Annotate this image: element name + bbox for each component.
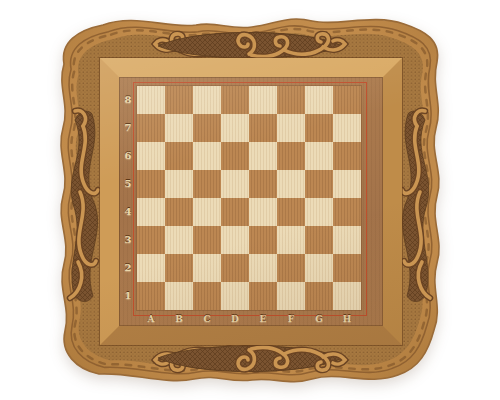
square-b4[interactable] [165,198,193,226]
file-label-f: F [277,313,305,326]
board-field: 87654321 ABCDEFGH [119,77,383,326]
square-c3[interactable] [193,226,221,254]
rank-labels: 87654321 [119,86,137,310]
rank-label-2: 2 [119,254,137,282]
square-f3[interactable] [277,226,305,254]
square-h4[interactable] [333,198,361,226]
square-b6[interactable] [165,142,193,170]
square-c7[interactable] [193,114,221,142]
rank-label-7: 7 [119,114,137,142]
square-a7[interactable] [137,114,165,142]
square-f5[interactable] [277,170,305,198]
square-d3[interactable] [221,226,249,254]
rank-label-5: 5 [119,170,137,198]
square-d4[interactable] [221,198,249,226]
square-f6[interactable] [277,142,305,170]
square-e2[interactable] [249,254,277,282]
square-d7[interactable] [221,114,249,142]
square-e3[interactable] [249,226,277,254]
square-c6[interactable] [193,142,221,170]
file-label-g: G [305,313,333,326]
file-label-e: E [249,313,277,326]
square-d2[interactable] [221,254,249,282]
square-a4[interactable] [137,198,165,226]
square-c1[interactable] [193,282,221,310]
square-f2[interactable] [277,254,305,282]
file-label-b: B [165,313,193,326]
square-b5[interactable] [165,170,193,198]
square-f8[interactable] [277,86,305,114]
square-d6[interactable] [221,142,249,170]
square-b7[interactable] [165,114,193,142]
square-e6[interactable] [249,142,277,170]
square-h6[interactable] [333,142,361,170]
square-c8[interactable] [193,86,221,114]
square-h3[interactable] [333,226,361,254]
square-c2[interactable] [193,254,221,282]
square-g5[interactable] [305,170,333,198]
square-g7[interactable] [305,114,333,142]
square-a6[interactable] [137,142,165,170]
square-f7[interactable] [277,114,305,142]
square-h7[interactable] [333,114,361,142]
rank-label-4: 4 [119,198,137,226]
square-f4[interactable] [277,198,305,226]
square-e1[interactable] [249,282,277,310]
square-h8[interactable] [333,86,361,114]
square-g2[interactable] [305,254,333,282]
file-label-c: C [193,313,221,326]
square-g1[interactable] [305,282,333,310]
square-g8[interactable] [305,86,333,114]
square-e5[interactable] [249,170,277,198]
square-e7[interactable] [249,114,277,142]
square-e8[interactable] [249,86,277,114]
square-d8[interactable] [221,86,249,114]
rank-label-6: 6 [119,142,137,170]
square-h2[interactable] [333,254,361,282]
square-a8[interactable] [137,86,165,114]
square-b2[interactable] [165,254,193,282]
square-g4[interactable] [305,198,333,226]
square-d1[interactable] [221,282,249,310]
square-e4[interactable] [249,198,277,226]
square-f1[interactable] [277,282,305,310]
square-g6[interactable] [305,142,333,170]
chess-board [137,86,361,310]
rank-label-3: 3 [119,226,137,254]
square-d5[interactable] [221,170,249,198]
product-photo-canvas: 87654321 ABCDEFGH [0,0,500,400]
square-h5[interactable] [333,170,361,198]
file-label-d: D [221,313,249,326]
square-h1[interactable] [333,282,361,310]
file-labels: ABCDEFGH [137,313,361,326]
file-label-a: A [137,313,165,326]
rank-label-8: 8 [119,86,137,114]
file-label-h: H [333,313,361,326]
board-frame: 87654321 ABCDEFGH [100,58,402,345]
square-a3[interactable] [137,226,165,254]
square-b3[interactable] [165,226,193,254]
square-b1[interactable] [165,282,193,310]
square-a1[interactable] [137,282,165,310]
square-c5[interactable] [193,170,221,198]
square-a5[interactable] [137,170,165,198]
square-c4[interactable] [193,198,221,226]
square-a2[interactable] [137,254,165,282]
square-b8[interactable] [165,86,193,114]
rank-label-1: 1 [119,282,137,310]
square-g3[interactable] [305,226,333,254]
